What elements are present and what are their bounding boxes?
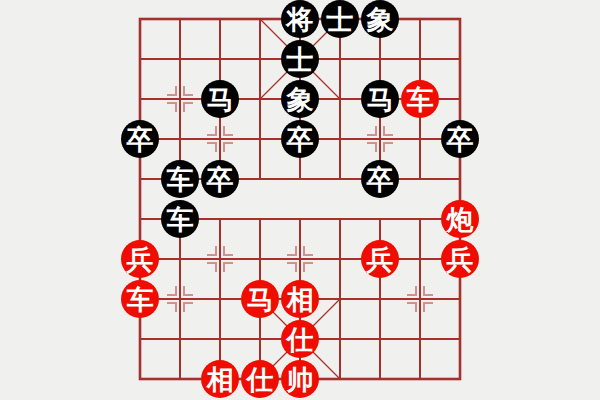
intersection[interactable]: 卒 [120, 119, 160, 159]
intersection[interactable] [160, 279, 200, 319]
intersection[interactable] [320, 79, 360, 119]
intersection[interactable] [160, 319, 200, 359]
xiangqi-board: 将士象士马象马车卒卒卒车卒卒车炮兵兵兵车马相仕相仕帅 [0, 0, 600, 400]
intersection[interactable] [440, 319, 480, 359]
intersection[interactable]: 卒 [280, 119, 320, 159]
intersection[interactable]: 车 [160, 159, 200, 199]
black-advisor[interactable]: 士 [321, 0, 359, 38]
intersection[interactable] [160, 79, 200, 119]
intersection[interactable] [400, 159, 440, 199]
intersection[interactable] [120, 159, 160, 199]
intersection[interactable] [160, 359, 200, 399]
intersection[interactable] [200, 279, 240, 319]
intersection[interactable] [320, 159, 360, 199]
intersection[interactable] [120, 0, 160, 39]
intersection[interactable]: 炮 [440, 199, 480, 239]
black-elephant[interactable]: 象 [281, 80, 319, 118]
red-soldier[interactable]: 兵 [441, 240, 479, 278]
red-advisor[interactable]: 仕 [281, 320, 319, 358]
intersection[interactable] [240, 119, 280, 159]
intersection[interactable]: 将 [280, 0, 320, 39]
intersection[interactable]: 卒 [200, 159, 240, 199]
black-soldier[interactable]: 卒 [441, 120, 479, 158]
intersection[interactable] [400, 199, 440, 239]
piece-layer: 将士象士马象马车卒卒卒车卒卒车炮兵兵兵车马相仕相仕帅 [120, 0, 480, 399]
intersection[interactable] [280, 159, 320, 199]
red-elephant[interactable]: 相 [201, 360, 239, 398]
intersection[interactable] [240, 79, 280, 119]
red-elephant[interactable]: 相 [281, 280, 319, 318]
black-chariot[interactable]: 车 [161, 160, 199, 198]
intersection[interactable]: 卒 [360, 159, 400, 199]
red-soldier[interactable]: 兵 [361, 240, 399, 278]
intersection[interactable] [200, 39, 240, 79]
black-soldier[interactable]: 卒 [281, 120, 319, 158]
intersection[interactable]: 帅 [280, 359, 320, 399]
intersection[interactable] [240, 239, 280, 279]
intersection[interactable] [120, 359, 160, 399]
intersection[interactable]: 士 [320, 0, 360, 39]
black-soldier[interactable]: 卒 [121, 120, 159, 158]
intersection[interactable] [360, 39, 400, 79]
red-chariot[interactable]: 车 [121, 280, 159, 318]
intersection[interactable] [440, 39, 480, 79]
intersection[interactable]: 卒 [440, 119, 480, 159]
intersection[interactable] [440, 359, 480, 399]
red-chariot[interactable]: 车 [401, 80, 439, 118]
red-horse[interactable]: 马 [241, 280, 279, 318]
intersection[interactable] [360, 279, 400, 319]
intersection[interactable]: 士 [280, 39, 320, 79]
intersection[interactable] [240, 319, 280, 359]
intersection[interactable]: 兵 [360, 239, 400, 279]
intersection[interactable] [400, 279, 440, 319]
intersection[interactable]: 仕 [240, 359, 280, 399]
intersection[interactable]: 象 [280, 79, 320, 119]
intersection[interactable] [360, 199, 400, 239]
red-advisor[interactable]: 仕 [241, 360, 279, 398]
intersection[interactable] [120, 319, 160, 359]
intersection[interactable] [240, 0, 280, 39]
intersection[interactable]: 车 [400, 79, 440, 119]
intersection[interactable] [320, 359, 360, 399]
intersection[interactable] [280, 239, 320, 279]
intersection[interactable] [440, 159, 480, 199]
intersection[interactable] [320, 319, 360, 359]
intersection[interactable]: 仕 [280, 319, 320, 359]
intersection[interactable] [360, 319, 400, 359]
intersection[interactable]: 兵 [440, 239, 480, 279]
intersection[interactable] [240, 159, 280, 199]
black-horse[interactable]: 马 [201, 80, 239, 118]
intersection[interactable] [120, 39, 160, 79]
black-soldier[interactable]: 卒 [201, 160, 239, 198]
red-soldier[interactable]: 兵 [121, 240, 159, 278]
intersection[interactable]: 兵 [120, 239, 160, 279]
intersection[interactable]: 车 [120, 279, 160, 319]
intersection[interactable] [400, 319, 440, 359]
intersection[interactable] [440, 279, 480, 319]
intersection[interactable] [160, 0, 200, 39]
intersection[interactable] [200, 0, 240, 39]
intersection[interactable] [200, 199, 240, 239]
intersection[interactable] [440, 0, 480, 39]
red-general[interactable]: 帅 [281, 360, 319, 398]
intersection[interactable]: 相 [200, 359, 240, 399]
intersection[interactable]: 马 [360, 79, 400, 119]
intersection[interactable] [360, 119, 400, 159]
black-general[interactable]: 将 [281, 0, 319, 38]
intersection[interactable] [200, 319, 240, 359]
intersection[interactable]: 相 [280, 279, 320, 319]
intersection[interactable] [400, 359, 440, 399]
intersection[interactable]: 车 [160, 199, 200, 239]
intersection[interactable] [240, 199, 280, 239]
red-cannon[interactable]: 炮 [441, 200, 479, 238]
intersection[interactable]: 马 [200, 79, 240, 119]
intersection[interactable] [400, 39, 440, 79]
intersection[interactable] [400, 239, 440, 279]
intersection[interactable] [320, 199, 360, 239]
intersection[interactable] [400, 0, 440, 39]
intersection[interactable] [280, 199, 320, 239]
intersection[interactable] [400, 119, 440, 159]
intersection[interactable] [320, 279, 360, 319]
black-elephant[interactable]: 象 [361, 0, 399, 38]
black-advisor[interactable]: 士 [281, 40, 319, 78]
intersection[interactable] [360, 359, 400, 399]
intersection[interactable] [120, 199, 160, 239]
intersection[interactable] [160, 239, 200, 279]
intersection[interactable] [320, 239, 360, 279]
intersection[interactable] [120, 79, 160, 119]
black-chariot[interactable]: 车 [161, 200, 199, 238]
intersection[interactable] [320, 39, 360, 79]
black-horse[interactable]: 马 [361, 80, 399, 118]
intersection[interactable] [200, 119, 240, 159]
intersection[interactable] [160, 119, 200, 159]
intersection[interactable]: 象 [360, 0, 400, 39]
black-soldier[interactable]: 卒 [361, 160, 399, 198]
intersection[interactable] [240, 39, 280, 79]
intersection[interactable] [440, 79, 480, 119]
intersection[interactable] [160, 39, 200, 79]
intersection[interactable] [200, 239, 240, 279]
intersection[interactable] [320, 119, 360, 159]
intersection[interactable]: 马 [240, 279, 280, 319]
